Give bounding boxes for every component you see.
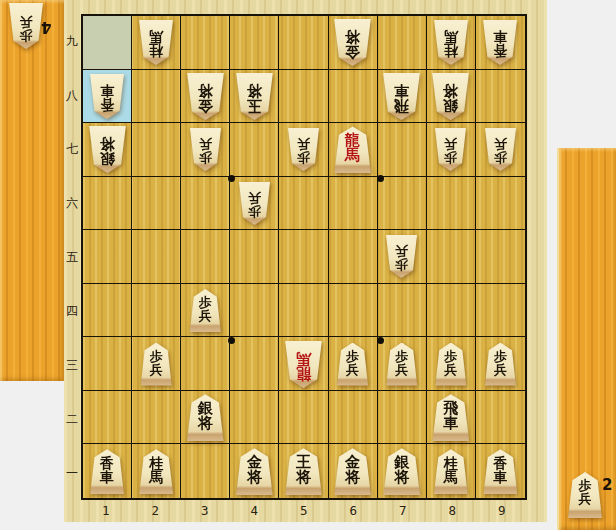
board-cell-7八[interactable]: 飛車 — [378, 70, 427, 124]
piece-gote-knight[interactable]: 桂馬 — [433, 449, 469, 494]
piece-kanji: 香 — [493, 456, 507, 470]
piece-kanji: 将 — [443, 83, 458, 98]
piece-kanji: 馬 — [149, 30, 163, 44]
board-cell-9一[interactable]: 香車 — [476, 444, 525, 498]
piece-kanji: 金 — [345, 44, 360, 59]
piece-kanji: 歩 — [297, 151, 310, 164]
board-cell-8五[interactable] — [427, 230, 476, 284]
piece-sente-silver[interactable]: 銀将 — [431, 73, 470, 120]
board-cell-4八[interactable]: 玉将 — [230, 70, 279, 124]
board-cell-2八[interactable] — [132, 70, 181, 124]
piece-kanji: 玉 — [247, 98, 262, 113]
piece-kanji: 将 — [198, 416, 213, 431]
piece-sente-pawn[interactable]: 歩兵 — [385, 235, 418, 278]
piece-gote-pawn[interactable]: 歩兵 — [140, 343, 173, 386]
file-label-1: 1 — [81, 502, 131, 519]
piece-kanji: 桂 — [444, 44, 458, 58]
piece-kanji: 車 — [100, 84, 114, 98]
piece-sente-knight[interactable]: 桂馬 — [138, 20, 174, 65]
piece-kanji: 歩 — [494, 151, 507, 164]
piece-sente-gold[interactable]: 金将 — [333, 19, 372, 66]
piece-kanji: 歩 — [444, 151, 457, 164]
piece-kanji: 将 — [345, 29, 360, 44]
board-cell-8一[interactable]: 桂馬 — [427, 444, 476, 498]
piece-gote-gold[interactable]: 金将 — [235, 448, 274, 495]
board-cell-2二[interactable] — [132, 391, 181, 445]
gote-hand-pawn[interactable]: 歩兵 — [567, 472, 603, 518]
board-cell-3四[interactable]: 歩兵 — [181, 284, 230, 338]
board-cell-4二[interactable] — [230, 391, 279, 445]
piece-kanji: 将 — [247, 83, 262, 98]
piece-gote-lance[interactable]: 香車 — [482, 449, 518, 494]
piece-gote-pawn[interactable]: 歩兵 — [484, 343, 517, 386]
board-cell-9四[interactable] — [476, 284, 525, 338]
piece-kanji: 兵 — [494, 363, 507, 376]
piece-kanji: 金 — [198, 98, 213, 113]
board-cell-6六[interactable] — [329, 177, 378, 231]
star-point — [377, 175, 384, 182]
board-cell-7五[interactable]: 歩兵 — [378, 230, 427, 284]
board-cell-9七[interactable]: 歩兵 — [476, 123, 525, 177]
board-cell-2三[interactable]: 歩兵 — [132, 337, 181, 391]
piece-sente-pawn-in-hand[interactable]: 歩兵 — [8, 3, 44, 49]
board-cell-7六[interactable] — [378, 177, 427, 231]
board-cell-2五[interactable] — [132, 230, 181, 284]
board-cell-3一[interactable] — [181, 444, 230, 498]
star-point — [377, 337, 384, 344]
board-cell-1九[interactable] — [83, 16, 132, 70]
file-label-4: 4 — [230, 502, 280, 519]
piece-kanji: 馬 — [345, 148, 360, 163]
rank-label-7: 七 — [64, 122, 80, 176]
rank-label-2: 二 — [64, 392, 80, 446]
file-label-5: 5 — [279, 502, 329, 519]
piece-kanji: 歩 — [444, 350, 457, 363]
piece-kanji: 兵 — [395, 245, 408, 258]
board-cell-1三[interactable] — [83, 337, 132, 391]
piece-kanji: 兵 — [494, 138, 507, 151]
piece-gote-pawn-in-hand[interactable]: 歩兵 — [567, 472, 603, 518]
piece-kanji: 歩 — [150, 350, 163, 363]
board-cell-6五[interactable] — [329, 230, 378, 284]
board-cell-4七[interactable] — [230, 123, 279, 177]
board-cell-5六[interactable] — [279, 177, 328, 231]
file-label-6: 6 — [329, 502, 379, 519]
piece-kanji: 将 — [296, 470, 311, 485]
board-cell-1六[interactable] — [83, 177, 132, 231]
board-cell-5五[interactable] — [279, 230, 328, 284]
sente-hand-tray: 歩兵 4 — [0, 0, 64, 381]
board-cell-9三[interactable]: 歩兵 — [476, 337, 525, 391]
rank-label-8: 八 — [64, 68, 80, 122]
piece-gote-silver[interactable]: 銀将 — [186, 394, 225, 441]
board-cell-3七[interactable]: 歩兵 — [181, 123, 230, 177]
piece-gote-pawn[interactable]: 歩兵 — [336, 343, 369, 386]
piece-kanji: 香 — [100, 456, 114, 470]
piece-sente-knight[interactable]: 桂馬 — [433, 20, 469, 65]
piece-gote-lance[interactable]: 香車 — [89, 449, 125, 494]
file-label-3: 3 — [180, 502, 230, 519]
piece-kanji: 香 — [493, 44, 507, 58]
piece-sente-pawn[interactable]: 歩兵 — [434, 128, 467, 171]
board-cell-3二[interactable]: 銀将 — [181, 391, 230, 445]
board-cell-3八[interactable]: 金将 — [181, 70, 230, 124]
board-cell-9六[interactable] — [476, 177, 525, 231]
board-cell-6四[interactable] — [329, 284, 378, 338]
board-cell-4四[interactable] — [230, 284, 279, 338]
piece-kanji: 車 — [394, 83, 409, 98]
piece-gote-rook[interactable]: 飛車 — [431, 394, 470, 441]
board-cell-4三[interactable] — [230, 337, 279, 391]
piece-gote-silver[interactable]: 銀将 — [382, 448, 421, 495]
piece-kanji: 歩 — [248, 205, 261, 218]
piece-kanji: 歩 — [494, 350, 507, 363]
piece-gote-king[interactable]: 王将 — [284, 448, 323, 495]
board-cell-6八[interactable] — [329, 70, 378, 124]
piece-kanji: 兵 — [346, 363, 359, 376]
board-cell-7三[interactable]: 歩兵 — [378, 337, 427, 391]
piece-gote-knight[interactable]: 桂馬 — [138, 449, 174, 494]
sente-hand-pawn[interactable]: 歩兵 — [8, 3, 44, 49]
board-cell-3六[interactable] — [181, 177, 230, 231]
rank-label-4: 四 — [64, 284, 80, 338]
board-cell-1七[interactable]: 銀将 — [83, 123, 132, 177]
piece-sente-pawn[interactable]: 歩兵 — [238, 182, 271, 225]
board-cell-8三[interactable]: 歩兵 — [427, 337, 476, 391]
piece-kanji: 飛 — [394, 98, 409, 113]
piece-kanji: 桂 — [444, 456, 458, 470]
file-label-7: 7 — [378, 502, 428, 519]
piece-sente-gold[interactable]: 金将 — [186, 73, 225, 120]
piece-kanji: 兵 — [199, 309, 212, 322]
piece-kanji: 銀 — [443, 98, 458, 113]
piece-kanji: 兵 — [395, 363, 408, 376]
board-cell-6七[interactable]: 龍馬 — [329, 123, 378, 177]
piece-kanji: 馬 — [149, 470, 163, 484]
piece-kanji: 兵 — [444, 363, 457, 376]
piece-kanji: 歩 — [346, 350, 359, 363]
board-cell-9二[interactable] — [476, 391, 525, 445]
board-cell-1五[interactable] — [83, 230, 132, 284]
piece-kanji: 将 — [198, 83, 213, 98]
board-cell-4九[interactable] — [230, 16, 279, 70]
shogi-board: 九八七六五四三二一 123456789 桂馬金将桂馬香車香車金将玉将飛車銀将銀将… — [64, 0, 547, 522]
board-cell-7九[interactable] — [378, 16, 427, 70]
piece-gote-promoted-bishop[interactable]: 龍馬 — [333, 126, 372, 173]
piece-gote-pawn[interactable]: 歩兵 — [434, 343, 467, 386]
rank-label-5: 五 — [64, 230, 80, 284]
piece-kanji: 兵 — [444, 138, 457, 151]
board-cell-5二[interactable] — [279, 391, 328, 445]
piece-sente-pawn[interactable]: 歩兵 — [287, 128, 320, 171]
board-cell-1四[interactable] — [83, 284, 132, 338]
piece-kanji: 馬 — [296, 351, 311, 366]
rank-label-9: 九 — [64, 14, 80, 68]
piece-kanji: 将 — [345, 470, 360, 485]
piece-sente-pawn[interactable]: 歩兵 — [484, 128, 517, 171]
star-point — [228, 175, 235, 182]
file-label-9: 9 — [477, 502, 527, 519]
board-cell-8九[interactable]: 桂馬 — [427, 16, 476, 70]
piece-sente-silver[interactable]: 銀将 — [88, 126, 127, 173]
board-cell-2七[interactable] — [132, 123, 181, 177]
piece-sente-lance[interactable]: 香車 — [89, 74, 125, 119]
board-cell-6二[interactable] — [329, 391, 378, 445]
board-cell-5九[interactable] — [279, 16, 328, 70]
board-cell-8七[interactable]: 歩兵 — [427, 123, 476, 177]
piece-kanji: 車 — [100, 470, 114, 484]
file-label-2: 2 — [131, 502, 181, 519]
piece-gote-pawn[interactable]: 歩兵 — [189, 289, 222, 332]
piece-kanji: 馬 — [444, 470, 458, 484]
piece-kanji: 歩 — [199, 151, 212, 164]
board-cell-9八[interactable] — [476, 70, 525, 124]
board-cell-5七[interactable]: 歩兵 — [279, 123, 328, 177]
piece-kanji: 車 — [493, 30, 507, 44]
piece-kanji: 兵 — [150, 363, 163, 376]
star-point — [228, 337, 235, 344]
board-cell-8二[interactable]: 飛車 — [427, 391, 476, 445]
board-cell-3五[interactable] — [181, 230, 230, 284]
sente-hand-pawn-count: 4 — [41, 18, 51, 36]
piece-kanji: 兵 — [248, 192, 261, 205]
rank-label-3: 三 — [64, 338, 80, 392]
board-cell-2四[interactable] — [132, 284, 181, 338]
piece-gote-pawn[interactable]: 歩兵 — [385, 343, 418, 386]
board-cell-7七[interactable] — [378, 123, 427, 177]
piece-kanji: 歩 — [20, 29, 33, 42]
piece-kanji: 銀 — [100, 151, 115, 166]
piece-sente-rook[interactable]: 飛車 — [382, 73, 421, 120]
board-cell-6三[interactable]: 歩兵 — [329, 337, 378, 391]
board-cell-2一[interactable]: 桂馬 — [132, 444, 181, 498]
piece-kanji: 将 — [394, 470, 409, 485]
board-cell-1二[interactable] — [83, 391, 132, 445]
board-cell-8四[interactable] — [427, 284, 476, 338]
board-cell-9五[interactable] — [476, 230, 525, 284]
gote-hand-tray: 歩兵 2 — [557, 148, 616, 530]
board-cell-5三[interactable]: 龍馬 — [279, 337, 328, 391]
piece-kanji: 兵 — [20, 16, 33, 29]
board-cell-4五[interactable] — [230, 230, 279, 284]
board-cell-3三[interactable] — [181, 337, 230, 391]
piece-kanji: 車 — [493, 470, 507, 484]
board-cell-1八[interactable]: 香車 — [83, 70, 132, 124]
piece-kanji: 桂 — [149, 44, 163, 58]
rank-label-1: 一 — [64, 446, 80, 500]
board-cell-6九[interactable]: 金将 — [329, 16, 378, 70]
piece-kanji: 将 — [247, 470, 262, 485]
piece-kanji: 兵 — [297, 138, 310, 151]
piece-kanji: 桂 — [149, 456, 163, 470]
board-cell-4一[interactable]: 金将 — [230, 444, 279, 498]
piece-sente-promoted-bishop[interactable]: 龍馬 — [284, 341, 323, 388]
piece-sente-pawn[interactable]: 歩兵 — [189, 128, 222, 171]
piece-kanji: 馬 — [444, 30, 458, 44]
board-cell-2六[interactable] — [132, 177, 181, 231]
board-grid: 桂馬金将桂馬香車香車金将玉将飛車銀将銀将歩兵歩兵龍馬歩兵歩兵歩兵歩兵歩兵歩兵龍馬… — [81, 14, 527, 500]
board-cell-7四[interactable] — [378, 284, 427, 338]
board-cell-8六[interactable] — [427, 177, 476, 231]
board-cell-7二[interactable] — [378, 391, 427, 445]
piece-kanji: 兵 — [199, 138, 212, 151]
piece-kanji: 歩 — [395, 258, 408, 271]
piece-kanji: 車 — [443, 416, 458, 431]
piece-kanji: 将 — [100, 136, 115, 151]
rank-label-6: 六 — [64, 176, 80, 230]
piece-kanji: 兵 — [579, 492, 592, 505]
file-label-8: 8 — [428, 502, 478, 519]
gote-hand-pawn-count: 2 — [602, 476, 612, 494]
board-cell-6一[interactable]: 金将 — [329, 444, 378, 498]
piece-sente-lance[interactable]: 香車 — [482, 20, 518, 65]
piece-gote-gold[interactable]: 金将 — [333, 448, 372, 495]
board-cell-5四[interactable] — [279, 284, 328, 338]
piece-sente-king[interactable]: 玉将 — [235, 73, 274, 120]
board-cell-7一[interactable]: 銀将 — [378, 444, 427, 498]
piece-kanji: 歩 — [395, 350, 408, 363]
board-cell-3九[interactable] — [181, 16, 230, 70]
board-cell-9九[interactable]: 香車 — [476, 16, 525, 70]
board-cell-5一[interactable]: 王将 — [279, 444, 328, 498]
board-cell-8八[interactable]: 銀将 — [427, 70, 476, 124]
piece-kanji: 香 — [100, 98, 114, 112]
board-cell-1一[interactable]: 香車 — [83, 444, 132, 498]
board-cell-5八[interactable] — [279, 70, 328, 124]
board-cell-2九[interactable]: 桂馬 — [132, 16, 181, 70]
board-cell-4六[interactable]: 歩兵 — [230, 177, 279, 231]
